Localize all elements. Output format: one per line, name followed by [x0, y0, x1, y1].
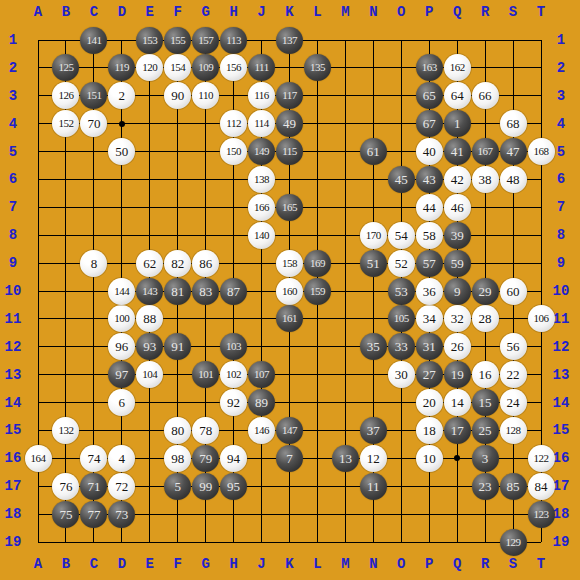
move-number: 161: [282, 313, 297, 324]
stone-B2-move-125[interactable]: 125: [52, 54, 79, 81]
stone-O12-move-33[interactable]: 33: [388, 333, 415, 360]
move-number: 52: [395, 257, 408, 270]
stone-B4-move-152[interactable]: 152: [52, 110, 79, 137]
move-number: 143: [142, 286, 157, 297]
stone-Q10-move-9[interactable]: 9: [444, 278, 471, 305]
stone-S12-move-56[interactable]: 56: [500, 333, 527, 360]
stone-Q12-move-26[interactable]: 26: [444, 333, 471, 360]
stone-D2-move-119[interactable]: 119: [108, 54, 135, 81]
stone-D18-move-73[interactable]: 73: [108, 501, 135, 528]
stone-P8-move-58[interactable]: 58: [416, 222, 443, 249]
stone-M16-move-13[interactable]: 13: [332, 445, 359, 472]
move-number: 37: [367, 424, 380, 437]
stone-L10-move-159[interactable]: 159: [304, 278, 331, 305]
row-label-left-13: 13: [5, 367, 22, 383]
col-label-bottom-J: J: [257, 556, 265, 572]
move-number: 109: [198, 62, 213, 73]
move-number: 135: [310, 62, 325, 73]
move-number: 117: [282, 90, 297, 101]
stone-K15-move-147[interactable]: 147: [276, 417, 303, 444]
move-number: 10: [423, 452, 436, 465]
move-number: 104: [142, 369, 157, 380]
stone-G1-move-157[interactable]: 157: [192, 27, 219, 54]
move-number: 115: [282, 146, 297, 157]
stone-P15-move-18[interactable]: 18: [416, 417, 443, 444]
stone-N9-move-51[interactable]: 51: [360, 250, 387, 277]
move-number: 107: [254, 369, 269, 380]
stone-G9-move-86[interactable]: 86: [192, 250, 219, 277]
stone-S19-move-129[interactable]: 129: [500, 529, 527, 556]
stone-D10-move-144[interactable]: 144: [108, 278, 135, 305]
row-label-right-2: 2: [557, 60, 565, 76]
move-number: 159: [310, 286, 325, 297]
move-number: 64: [451, 89, 464, 102]
move-number: 91: [171, 340, 184, 353]
move-number: 85: [507, 480, 520, 493]
stone-Q2-move-162[interactable]: 162: [444, 54, 471, 81]
row-label-left-18: 18: [5, 506, 22, 522]
move-number: 166: [254, 202, 269, 213]
move-number: 152: [58, 118, 73, 129]
move-number: 22: [507, 368, 520, 381]
stone-Q5-move-41[interactable]: 41: [444, 138, 471, 165]
stone-R13-move-16[interactable]: 16: [472, 361, 499, 388]
stone-Q7-move-46[interactable]: 46: [444, 194, 471, 221]
stone-H12-move-103[interactable]: 103: [220, 333, 247, 360]
move-number: 46: [451, 201, 464, 214]
col-label-top-F: F: [174, 4, 182, 20]
move-number: 53: [395, 285, 408, 298]
stone-K3-move-117[interactable]: 117: [276, 82, 303, 109]
move-number: 18: [423, 424, 436, 437]
stone-F3-move-90[interactable]: 90: [164, 82, 191, 109]
col-label-bottom-G: G: [201, 556, 209, 572]
move-number: 140: [254, 230, 269, 241]
stone-G16-move-79[interactable]: 79: [192, 445, 219, 472]
stone-R14-move-15[interactable]: 15: [472, 389, 499, 416]
stone-S4-move-68[interactable]: 68: [500, 110, 527, 137]
move-number: 43: [423, 173, 436, 186]
stone-H17-move-95[interactable]: 95: [220, 473, 247, 500]
stone-T11-move-106[interactable]: 106: [528, 305, 555, 332]
move-number: 112: [226, 118, 241, 129]
move-number: 90: [171, 89, 184, 102]
move-number: 38: [479, 173, 492, 186]
stone-B17-move-76[interactable]: 76: [52, 473, 79, 500]
col-label-top-N: N: [369, 4, 377, 20]
row-label-left-19: 19: [5, 534, 22, 550]
move-number: 17: [451, 424, 464, 437]
col-label-top-G: G: [201, 4, 209, 20]
stone-P12-move-31[interactable]: 31: [416, 333, 443, 360]
stone-O6-move-45[interactable]: 45: [388, 166, 415, 193]
stone-C17-move-71[interactable]: 71: [80, 473, 107, 500]
move-number: 50: [115, 145, 128, 158]
stone-F12-move-91[interactable]: 91: [164, 333, 191, 360]
stone-C16-move-74[interactable]: 74: [80, 445, 107, 472]
stone-J4-move-114[interactable]: 114: [248, 110, 275, 137]
stone-F10-move-81[interactable]: 81: [164, 278, 191, 305]
move-number: 125: [58, 62, 73, 73]
move-number: 164: [31, 453, 46, 464]
col-label-bottom-N: N: [369, 556, 377, 572]
stone-P9-move-57[interactable]: 57: [416, 250, 443, 277]
stone-P2-move-163[interactable]: 163: [416, 54, 443, 81]
stone-N8-move-170[interactable]: 170: [360, 222, 387, 249]
move-number: 54: [395, 229, 408, 242]
stone-S6-move-48[interactable]: 48: [500, 166, 527, 193]
move-number: 155: [170, 35, 185, 46]
move-number: 73: [115, 508, 128, 521]
stone-J13-move-107[interactable]: 107: [248, 361, 275, 388]
move-number: 5: [174, 480, 181, 493]
stone-L9-move-169[interactable]: 169: [304, 250, 331, 277]
grid-hline-19: [38, 542, 541, 543]
stone-S5-move-47[interactable]: 47: [500, 138, 527, 165]
stone-H2-move-156[interactable]: 156: [220, 54, 247, 81]
move-number: 154: [170, 62, 185, 73]
row-label-right-18: 18: [553, 506, 570, 522]
col-label-top-K: K: [285, 4, 293, 20]
stone-H4-move-112[interactable]: 112: [220, 110, 247, 137]
stone-R16-move-3[interactable]: 3: [472, 445, 499, 472]
col-label-bottom-O: O: [397, 556, 405, 572]
row-label-left-4: 4: [9, 116, 17, 132]
row-label-right-4: 4: [557, 116, 565, 132]
move-number: 153: [142, 35, 157, 46]
col-label-top-E: E: [146, 4, 154, 20]
move-number: 94: [227, 452, 240, 465]
move-number: 95: [227, 480, 240, 493]
move-number: 84: [535, 480, 548, 493]
stone-N5-move-61[interactable]: 61: [360, 138, 387, 165]
stone-H16-move-94[interactable]: 94: [220, 445, 247, 472]
move-number: 105: [394, 313, 409, 324]
col-label-top-C: C: [90, 4, 98, 20]
col-label-bottom-S: S: [509, 556, 517, 572]
stone-J15-move-146[interactable]: 146: [248, 417, 275, 444]
stone-Q15-move-17[interactable]: 17: [444, 417, 471, 444]
stone-J3-move-116[interactable]: 116: [248, 82, 275, 109]
stone-J5-move-149[interactable]: 149: [248, 138, 275, 165]
stone-O11-move-105[interactable]: 105: [388, 305, 415, 332]
stone-E2-move-120[interactable]: 120: [136, 54, 163, 81]
move-number: 72: [115, 480, 128, 493]
row-label-right-14: 14: [553, 395, 570, 411]
stone-P6-move-43[interactable]: 43: [416, 166, 443, 193]
stone-C9-move-8[interactable]: 8: [80, 250, 107, 277]
col-label-bottom-T: T: [537, 556, 545, 572]
col-label-bottom-E: E: [146, 556, 154, 572]
stone-F16-move-98[interactable]: 98: [164, 445, 191, 472]
stone-D11-move-100[interactable]: 100: [108, 305, 135, 332]
stone-K4-move-49[interactable]: 49: [276, 110, 303, 137]
move-number: 58: [423, 229, 436, 242]
move-number: 163: [422, 62, 437, 73]
stone-D14-move-6[interactable]: 6: [108, 389, 135, 416]
stone-H10-move-87[interactable]: 87: [220, 278, 247, 305]
stone-F15-move-80[interactable]: 80: [164, 417, 191, 444]
stone-N12-move-35[interactable]: 35: [360, 333, 387, 360]
stone-J6-move-138[interactable]: 138: [248, 166, 275, 193]
stone-G13-move-101[interactable]: 101: [192, 361, 219, 388]
stone-F1-move-155[interactable]: 155: [164, 27, 191, 54]
stone-R10-move-29[interactable]: 29: [472, 278, 499, 305]
stone-G3-move-110[interactable]: 110: [192, 82, 219, 109]
stone-T17-move-84[interactable]: 84: [528, 473, 555, 500]
move-number: 30: [395, 368, 408, 381]
stone-O10-move-53[interactable]: 53: [388, 278, 415, 305]
move-number: 20: [423, 396, 436, 409]
move-number: 83: [199, 285, 212, 298]
stone-F9-move-82[interactable]: 82: [164, 250, 191, 277]
star-point-D4: [119, 121, 125, 127]
stone-D16-move-4[interactable]: 4: [108, 445, 135, 472]
row-label-right-1: 1: [557, 32, 565, 48]
stone-B18-move-75[interactable]: 75: [52, 501, 79, 528]
stone-C18-move-77[interactable]: 77: [80, 501, 107, 528]
stone-G2-move-109[interactable]: 109: [192, 54, 219, 81]
stone-B3-move-126[interactable]: 126: [52, 82, 79, 109]
col-label-top-A: A: [34, 4, 42, 20]
stone-F17-move-5[interactable]: 5: [164, 473, 191, 500]
stone-P11-move-34[interactable]: 34: [416, 305, 443, 332]
move-number: 71: [87, 480, 100, 493]
stone-D5-move-50[interactable]: 50: [108, 138, 135, 165]
stone-G10-move-83[interactable]: 83: [192, 278, 219, 305]
stone-O9-move-52[interactable]: 52: [388, 250, 415, 277]
stone-N17-move-11[interactable]: 11: [360, 473, 387, 500]
col-label-bottom-A: A: [34, 556, 42, 572]
col-label-top-J: J: [257, 4, 265, 20]
move-number: 49: [283, 117, 296, 130]
move-number: 96: [115, 340, 128, 353]
stone-Q8-move-39[interactable]: 39: [444, 222, 471, 249]
stone-S17-move-85[interactable]: 85: [500, 473, 527, 500]
stone-C4-move-70[interactable]: 70: [80, 110, 107, 137]
col-label-bottom-M: M: [341, 556, 349, 572]
stone-E11-move-88[interactable]: 88: [136, 305, 163, 332]
move-number: 68: [507, 117, 520, 130]
stone-P4-move-67[interactable]: 67: [416, 110, 443, 137]
move-number: 78: [199, 424, 212, 437]
move-number: 40: [423, 145, 436, 158]
row-label-left-15: 15: [5, 422, 22, 438]
move-number: 16: [479, 368, 492, 381]
stone-E1-move-153[interactable]: 153: [136, 27, 163, 54]
stone-N15-move-37[interactable]: 37: [360, 417, 387, 444]
stone-T18-move-123[interactable]: 123: [528, 501, 555, 528]
move-number: 26: [451, 340, 464, 353]
stone-B15-move-132[interactable]: 132: [52, 417, 79, 444]
stone-C1-move-141[interactable]: 141: [80, 27, 107, 54]
move-number: 141: [86, 35, 101, 46]
stone-K7-move-165[interactable]: 165: [276, 194, 303, 221]
stone-H13-move-102[interactable]: 102: [220, 361, 247, 388]
row-label-right-16: 16: [553, 450, 570, 466]
move-number: 149: [254, 146, 269, 157]
stone-Q6-move-42[interactable]: 42: [444, 166, 471, 193]
stone-Q3-move-64[interactable]: 64: [444, 82, 471, 109]
stone-H5-move-150[interactable]: 150: [220, 138, 247, 165]
stone-R15-move-25[interactable]: 25: [472, 417, 499, 444]
stone-K16-move-7[interactable]: 7: [276, 445, 303, 472]
stone-E12-move-93[interactable]: 93: [136, 333, 163, 360]
stone-P14-move-20[interactable]: 20: [416, 389, 443, 416]
move-number: 116: [254, 90, 269, 101]
move-number: 170: [366, 230, 381, 241]
row-label-left-16: 16: [5, 450, 22, 466]
row-label-right-7: 7: [557, 199, 565, 215]
row-label-right-5: 5: [557, 144, 565, 160]
move-number: 2: [119, 89, 126, 102]
move-number: 120: [142, 62, 157, 73]
move-number: 144: [114, 286, 129, 297]
col-label-top-Q: Q: [453, 4, 461, 20]
stone-N16-move-12[interactable]: 12: [360, 445, 387, 472]
row-label-left-3: 3: [9, 88, 17, 104]
stone-P7-move-44[interactable]: 44: [416, 194, 443, 221]
stone-R6-move-38[interactable]: 38: [472, 166, 499, 193]
move-number: 44: [423, 201, 436, 214]
stone-D3-move-2[interactable]: 2: [108, 82, 135, 109]
stone-L2-move-135[interactable]: 135: [304, 54, 331, 81]
stone-H1-move-113[interactable]: 113: [220, 27, 247, 54]
stone-P10-move-36[interactable]: 36: [416, 278, 443, 305]
col-label-top-T: T: [537, 4, 545, 20]
move-number: 11: [367, 480, 380, 493]
move-number: 137: [282, 35, 297, 46]
row-label-right-17: 17: [553, 478, 570, 494]
col-label-bottom-L: L: [313, 556, 321, 572]
move-number: 113: [226, 35, 241, 46]
move-number: 25: [479, 424, 492, 437]
move-number: 167: [478, 146, 493, 157]
move-number: 56: [507, 340, 520, 353]
move-number: 99: [199, 480, 212, 493]
stone-K1-move-137[interactable]: 137: [276, 27, 303, 54]
stone-G15-move-78[interactable]: 78: [192, 417, 219, 444]
row-label-left-10: 10: [5, 283, 22, 299]
move-number: 65: [423, 89, 436, 102]
move-number: 81: [171, 285, 184, 298]
stone-Q4-move-1[interactable]: 1: [444, 110, 471, 137]
row-label-right-12: 12: [553, 339, 570, 355]
stone-T16-move-122[interactable]: 122: [528, 445, 555, 472]
stone-K5-move-115[interactable]: 115: [276, 138, 303, 165]
stone-T5-move-168[interactable]: 168: [528, 138, 555, 165]
row-label-left-2: 2: [9, 60, 17, 76]
stone-J7-move-166[interactable]: 166: [248, 194, 275, 221]
move-number: 62: [143, 257, 156, 270]
stone-E13-move-104[interactable]: 104: [136, 361, 163, 388]
col-label-top-O: O: [397, 4, 405, 20]
stone-H14-move-92[interactable]: 92: [220, 389, 247, 416]
stone-P13-move-27[interactable]: 27: [416, 361, 443, 388]
col-label-bottom-K: K: [285, 556, 293, 572]
move-number: 93: [143, 340, 156, 353]
stone-D13-move-97[interactable]: 97: [108, 361, 135, 388]
stone-A16-move-164[interactable]: 164: [25, 445, 52, 472]
stone-D12-move-96[interactable]: 96: [108, 333, 135, 360]
star-point-Q16: [454, 455, 460, 461]
move-number: 160: [282, 286, 297, 297]
stone-R11-move-28[interactable]: 28: [472, 305, 499, 332]
col-label-bottom-P: P: [425, 556, 433, 572]
stone-P5-move-40[interactable]: 40: [416, 138, 443, 165]
stone-K10-move-160[interactable]: 160: [276, 278, 303, 305]
move-number: 70: [87, 117, 100, 130]
move-number: 4: [119, 452, 126, 465]
move-number: 92: [227, 396, 240, 409]
stone-S15-move-128[interactable]: 128: [500, 417, 527, 444]
stone-S13-move-22[interactable]: 22: [500, 361, 527, 388]
stone-D17-move-72[interactable]: 72: [108, 473, 135, 500]
stone-S14-move-24[interactable]: 24: [500, 389, 527, 416]
move-number: 87: [227, 285, 240, 298]
move-number: 111: [254, 62, 268, 73]
move-number: 80: [171, 424, 184, 437]
stone-R5-move-167[interactable]: 167: [472, 138, 499, 165]
go-game-record: AABBCCDDEEFFGGHHJJKKLLMMNNOOPPQQRRSSTT11…: [0, 0, 580, 580]
row-label-left-12: 12: [5, 339, 22, 355]
row-label-right-9: 9: [557, 255, 565, 271]
row-label-right-19: 19: [553, 534, 570, 550]
move-number: 48: [507, 173, 520, 186]
stone-S10-move-60[interactable]: 60: [500, 278, 527, 305]
move-number: 74: [87, 452, 100, 465]
move-number: 100: [114, 313, 129, 324]
move-number: 147: [282, 425, 297, 436]
stone-K11-move-161[interactable]: 161: [276, 305, 303, 332]
move-number: 51: [367, 257, 380, 270]
stone-P16-move-10[interactable]: 10: [416, 445, 443, 472]
stone-G17-move-99[interactable]: 99: [192, 473, 219, 500]
stone-O13-move-30[interactable]: 30: [388, 361, 415, 388]
stone-C3-move-151[interactable]: 151: [80, 82, 107, 109]
stone-O8-move-54[interactable]: 54: [388, 222, 415, 249]
stone-Q9-move-59[interactable]: 59: [444, 250, 471, 277]
stone-P3-move-65[interactable]: 65: [416, 82, 443, 109]
move-number: 27: [423, 368, 436, 381]
stone-E9-move-62[interactable]: 62: [136, 250, 163, 277]
move-number: 138: [254, 174, 269, 185]
move-number: 106: [534, 313, 549, 324]
stone-F2-move-154[interactable]: 154: [164, 54, 191, 81]
stone-J2-move-111[interactable]: 111: [248, 54, 275, 81]
stone-J14-move-89[interactable]: 89: [248, 389, 275, 416]
row-label-right-10: 10: [553, 283, 570, 299]
stone-R17-move-23[interactable]: 23: [472, 473, 499, 500]
move-number: 75: [59, 508, 72, 521]
stone-Q14-move-14[interactable]: 14: [444, 389, 471, 416]
col-label-bottom-D: D: [118, 556, 126, 572]
move-number: 41: [451, 145, 464, 158]
move-number: 47: [507, 145, 520, 158]
move-number: 82: [171, 257, 184, 270]
stone-E10-move-143[interactable]: 143: [136, 278, 163, 305]
col-label-bottom-C: C: [90, 556, 98, 572]
stone-K9-move-158[interactable]: 158: [276, 250, 303, 277]
stone-Q11-move-32[interactable]: 32: [444, 305, 471, 332]
move-number: 86: [199, 257, 212, 270]
move-number: 42: [451, 173, 464, 186]
stone-J8-move-140[interactable]: 140: [248, 222, 275, 249]
stone-R3-move-66[interactable]: 66: [472, 82, 499, 109]
row-label-right-6: 6: [557, 171, 565, 187]
move-number: 33: [395, 340, 408, 353]
stone-Q13-move-19[interactable]: 19: [444, 361, 471, 388]
